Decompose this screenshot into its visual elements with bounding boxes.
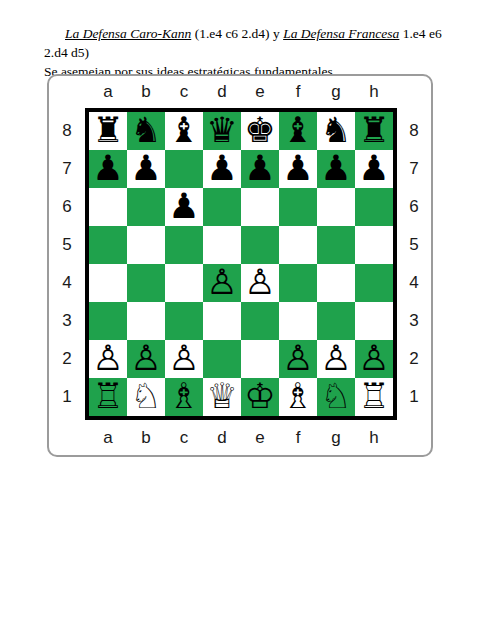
rank-label-right-7: 7 (397, 159, 431, 179)
file-label-bottom-c: c (165, 428, 203, 448)
square-e5 (241, 226, 279, 264)
rank-label-left-7: 7 (49, 159, 85, 179)
rank-label-left-6: 6 (49, 197, 85, 217)
chess-board: ♜♞♝♛♚♝♞♜♟♟♟♟♟♟♟♟♙♙♙♙♙♙♙♙♖♘♗♕♔♗♘♖ (85, 108, 397, 420)
file-label-bottom-e: e (241, 428, 279, 448)
square-d6 (203, 188, 241, 226)
square-f1: ♗ (279, 378, 317, 416)
square-c5 (165, 226, 203, 264)
piece-white-rook: ♖ (358, 379, 389, 414)
piece-black-pawn: ♟ (320, 151, 351, 186)
rank-label-left-2: 2 (49, 349, 85, 369)
piece-white-pawn: ♙ (282, 341, 313, 376)
square-g8: ♞ (317, 112, 355, 150)
caption: La Defensa Caro-Kann (1.e4 c6 2.d4) y La… (44, 24, 451, 81)
square-a1: ♖ (89, 378, 127, 416)
square-c8: ♝ (165, 112, 203, 150)
piece-white-king: ♔ (244, 379, 275, 414)
rank-labels-right: 87654321 (397, 108, 431, 420)
rank-label-right-4: 4 (397, 273, 431, 293)
piece-black-knight: ♞ (130, 113, 161, 148)
file-label-bottom-d: d (203, 428, 241, 448)
piece-white-bishop: ♗ (282, 379, 313, 414)
rank-label-right-8: 8 (397, 121, 431, 141)
square-e7: ♟ (241, 150, 279, 188)
square-f4 (279, 264, 317, 302)
piece-black-pawn: ♟ (130, 151, 161, 186)
square-c1: ♗ (165, 378, 203, 416)
square-b4 (127, 264, 165, 302)
square-a3 (89, 302, 127, 340)
piece-black-pawn: ♟ (244, 151, 275, 186)
piece-white-pawn: ♙ (358, 341, 389, 376)
square-b8: ♞ (127, 112, 165, 150)
piece-black-pawn: ♟ (92, 151, 123, 186)
square-c4 (165, 264, 203, 302)
square-c2: ♙ (165, 340, 203, 378)
square-a6 (89, 188, 127, 226)
piece-white-pawn: ♙ (130, 341, 161, 376)
file-label-bottom-b: b (127, 428, 165, 448)
square-h3 (355, 302, 393, 340)
file-label-top-g: g (317, 82, 355, 102)
square-h2: ♙ (355, 340, 393, 378)
piece-black-bishop: ♝ (168, 113, 199, 148)
piece-black-pawn: ♟ (282, 151, 313, 186)
piece-black-king: ♚ (244, 113, 275, 148)
square-f3 (279, 302, 317, 340)
square-c7 (165, 150, 203, 188)
file-label-top-f: f (279, 82, 317, 102)
square-h5 (355, 226, 393, 264)
square-a2: ♙ (89, 340, 127, 378)
square-a5 (89, 226, 127, 264)
square-h4 (355, 264, 393, 302)
square-e3 (241, 302, 279, 340)
square-c6: ♟ (165, 188, 203, 226)
square-h8: ♜ (355, 112, 393, 150)
rank-label-left-5: 5 (49, 235, 85, 255)
square-f6 (279, 188, 317, 226)
file-label-top-a: a (89, 82, 127, 102)
square-g2: ♙ (317, 340, 355, 378)
rank-label-right-1: 1 (397, 387, 431, 407)
square-d8: ♛ (203, 112, 241, 150)
square-b3 (127, 302, 165, 340)
square-b1: ♘ (127, 378, 165, 416)
piece-black-rook: ♜ (92, 113, 123, 148)
piece-black-rook: ♜ (358, 113, 389, 148)
square-a4 (89, 264, 127, 302)
file-label-bottom-h: h (355, 428, 393, 448)
square-h1: ♖ (355, 378, 393, 416)
rank-label-right-2: 2 (397, 349, 431, 369)
square-g7: ♟ (317, 150, 355, 188)
square-a8: ♜ (89, 112, 127, 150)
file-label-top-b: b (127, 82, 165, 102)
piece-white-bishop: ♗ (168, 379, 199, 414)
rank-label-right-5: 5 (397, 235, 431, 255)
file-label-top-e: e (241, 82, 279, 102)
square-b7: ♟ (127, 150, 165, 188)
square-d3 (203, 302, 241, 340)
piece-white-pawn: ♙ (168, 341, 199, 376)
square-e8: ♚ (241, 112, 279, 150)
square-d2 (203, 340, 241, 378)
file-label-top-c: c (165, 82, 203, 102)
piece-white-knight: ♘ (130, 379, 161, 414)
chess-diagram: abcdefgh 87654321 ♜♞♝♛♚♝♞♜♟♟♟♟♟♟♟♟♙♙♙♙♙♙… (47, 74, 433, 457)
square-g1: ♘ (317, 378, 355, 416)
file-label-bottom-f: f (279, 428, 317, 448)
square-d5 (203, 226, 241, 264)
square-d1: ♕ (203, 378, 241, 416)
square-f2: ♙ (279, 340, 317, 378)
square-e4: ♙ (241, 264, 279, 302)
file-labels-bottom: abcdefgh (85, 420, 397, 455)
rank-label-left-3: 3 (49, 311, 85, 331)
piece-white-queen: ♕ (206, 379, 237, 414)
file-labels-top: abcdefgh (85, 76, 397, 108)
file-label-bottom-a: a (89, 428, 127, 448)
piece-white-pawn: ♙ (92, 341, 123, 376)
file-label-top-h: h (355, 82, 393, 102)
square-g6 (317, 188, 355, 226)
piece-white-pawn: ♙ (320, 341, 351, 376)
square-c3 (165, 302, 203, 340)
rank-label-left-1: 1 (49, 387, 85, 407)
square-b5 (127, 226, 165, 264)
rank-label-left-4: 4 (49, 273, 85, 293)
file-label-bottom-g: g (317, 428, 355, 448)
square-g4 (317, 264, 355, 302)
piece-black-queen: ♛ (206, 113, 237, 148)
opening-name-caro-kann: La Defensa Caro-Kann (65, 26, 191, 41)
piece-white-pawn: ♙ (206, 265, 237, 300)
square-g3 (317, 302, 355, 340)
square-b2: ♙ (127, 340, 165, 378)
square-h6 (355, 188, 393, 226)
piece-white-knight: ♘ (320, 379, 351, 414)
opening-name-francesa: La Defensa Francesa (283, 26, 399, 41)
rank-label-right-6: 6 (397, 197, 431, 217)
square-g5 (317, 226, 355, 264)
piece-white-pawn: ♙ (244, 265, 275, 300)
piece-black-pawn: ♟ (358, 151, 389, 186)
square-f8: ♝ (279, 112, 317, 150)
piece-black-bishop: ♝ (282, 113, 313, 148)
square-h7: ♟ (355, 150, 393, 188)
rank-label-right-3: 3 (397, 311, 431, 331)
caption-moves-caro-kann: (1.e4 c6 2.d4) y (191, 26, 283, 41)
piece-black-pawn: ♟ (206, 151, 237, 186)
square-d4: ♙ (203, 264, 241, 302)
square-e1: ♔ (241, 378, 279, 416)
rank-labels-left: 87654321 (49, 108, 85, 420)
square-d7: ♟ (203, 150, 241, 188)
square-f7: ♟ (279, 150, 317, 188)
piece-black-knight: ♞ (320, 113, 351, 148)
piece-white-rook: ♖ (92, 379, 123, 414)
caption-line-1: La Defensa Caro-Kann (1.e4 c6 2.d4) y La… (44, 24, 451, 62)
square-e2 (241, 340, 279, 378)
square-f5 (279, 226, 317, 264)
piece-black-pawn: ♟ (168, 189, 199, 224)
rank-label-left-8: 8 (49, 121, 85, 141)
file-label-top-d: d (203, 82, 241, 102)
square-a7: ♟ (89, 150, 127, 188)
square-b6 (127, 188, 165, 226)
square-e6 (241, 188, 279, 226)
